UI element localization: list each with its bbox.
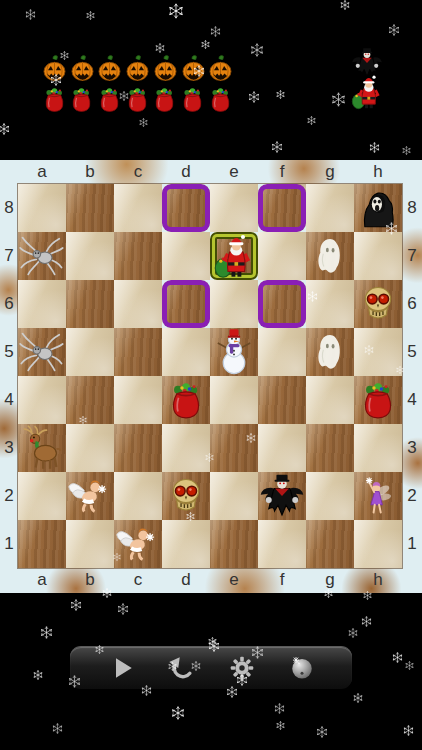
square-c2[interactable] bbox=[114, 472, 162, 520]
toolbar bbox=[70, 646, 352, 689]
file-label-d: d bbox=[162, 160, 210, 184]
square-b3[interactable] bbox=[66, 424, 114, 472]
square-g8[interactable] bbox=[306, 184, 354, 232]
square-e4[interactable] bbox=[210, 376, 258, 424]
file-label-a: a bbox=[18, 568, 66, 593]
square-a7[interactable] bbox=[18, 232, 66, 280]
square-h2[interactable] bbox=[354, 472, 402, 520]
file-label-e: e bbox=[210, 160, 258, 184]
captured-pumpkin bbox=[95, 54, 124, 83]
square-h6[interactable] bbox=[354, 280, 402, 328]
snowflake-icon bbox=[353, 693, 363, 703]
rank-label-5: 5 bbox=[402, 328, 422, 376]
captured-giftbag bbox=[149, 84, 180, 115]
snowflake-icon bbox=[139, 118, 148, 127]
scream-piece[interactable] bbox=[356, 186, 400, 230]
giftbag-piece[interactable] bbox=[163, 377, 209, 423]
snowflake-icon bbox=[388, 24, 400, 36]
captured-giftbag bbox=[66, 84, 97, 115]
captured-giftbag bbox=[122, 84, 153, 115]
file-label-f: f bbox=[258, 160, 306, 184]
snowflake-icon bbox=[369, 142, 380, 153]
square-e5[interactable] bbox=[210, 328, 258, 376]
file-label-g: g bbox=[306, 568, 354, 593]
file-label-b: b bbox=[66, 160, 114, 184]
snowflake-icon bbox=[25, 9, 36, 20]
snowflake-icon bbox=[402, 146, 411, 155]
square-d1[interactable] bbox=[162, 520, 210, 568]
snowflake-icon bbox=[276, 90, 285, 99]
file-label-h: h bbox=[354, 160, 402, 184]
rank-label-1: 1 bbox=[0, 520, 18, 568]
square-c4[interactable] bbox=[114, 376, 162, 424]
square-d4[interactable] bbox=[162, 376, 210, 424]
snowflake-icon bbox=[52, 723, 63, 734]
snowflake-icon bbox=[33, 670, 43, 680]
square-f8[interactable] bbox=[258, 184, 306, 232]
ghost-piece[interactable] bbox=[308, 234, 352, 278]
captured-pumpkin bbox=[40, 54, 69, 83]
file-label-a: a bbox=[18, 160, 66, 184]
settings-button[interactable] bbox=[220, 648, 264, 688]
snowflake-icon bbox=[331, 92, 346, 107]
captured-pumpkin bbox=[206, 54, 235, 83]
rank-label-2: 2 bbox=[0, 472, 18, 520]
square-d5[interactable] bbox=[162, 328, 210, 376]
square-a6[interactable] bbox=[18, 280, 66, 328]
snowman-piece[interactable] bbox=[210, 328, 258, 376]
square-b7[interactable] bbox=[66, 232, 114, 280]
snowflake-icon bbox=[307, 116, 316, 125]
square-h4[interactable] bbox=[354, 376, 402, 424]
captured-giftbag bbox=[94, 84, 125, 115]
square-d6[interactable] bbox=[162, 280, 210, 328]
square-a8[interactable] bbox=[18, 184, 66, 232]
square-b5[interactable] bbox=[66, 328, 114, 376]
square-a1[interactable] bbox=[18, 520, 66, 568]
snowflake-icon bbox=[361, 616, 372, 627]
rank-label-8: 8 bbox=[402, 184, 422, 232]
square-b8[interactable] bbox=[66, 184, 114, 232]
square-h7[interactable] bbox=[354, 232, 402, 280]
rank-label-6: 6 bbox=[0, 280, 18, 328]
ghost-piece[interactable] bbox=[308, 330, 352, 374]
snowflake-icon bbox=[392, 652, 403, 663]
snowflake-icon bbox=[168, 3, 184, 19]
square-e2[interactable] bbox=[210, 472, 258, 520]
snowflake-icon bbox=[405, 661, 414, 670]
captured-giftbag bbox=[39, 84, 70, 115]
square-b6[interactable] bbox=[66, 280, 114, 328]
square-a3[interactable] bbox=[18, 424, 66, 472]
skull-piece[interactable] bbox=[356, 282, 400, 326]
file-label-c: c bbox=[114, 160, 162, 184]
square-a5[interactable] bbox=[18, 328, 66, 376]
rank-label-6: 6 bbox=[402, 280, 422, 328]
captured-giftbag bbox=[177, 84, 208, 115]
snowflake-icon bbox=[0, 123, 10, 135]
square-g6[interactable] bbox=[306, 280, 354, 328]
square-d7[interactable] bbox=[162, 232, 210, 280]
square-f5[interactable] bbox=[258, 328, 306, 376]
rank-label-7: 7 bbox=[402, 232, 422, 280]
square-g3[interactable] bbox=[306, 424, 354, 472]
giftbag-piece[interactable] bbox=[355, 377, 401, 423]
snowflake-icon bbox=[276, 721, 285, 730]
captured-pumpkin bbox=[179, 54, 208, 83]
rank-label-7: 7 bbox=[0, 232, 18, 280]
angel-piece[interactable] bbox=[67, 473, 113, 519]
undo-button[interactable] bbox=[160, 648, 204, 688]
rank-label-3: 3 bbox=[402, 424, 422, 472]
fairy-piece[interactable] bbox=[356, 474, 400, 518]
rank-label-8: 8 bbox=[0, 184, 18, 232]
snowflake-icon bbox=[340, 0, 350, 10]
square-g1[interactable] bbox=[306, 520, 354, 568]
snowflake-icon bbox=[201, 40, 210, 49]
file-labels-bottom: abcdefgh bbox=[18, 568, 402, 593]
captured-pumpkin bbox=[68, 54, 97, 83]
vampire-piece[interactable] bbox=[259, 473, 305, 519]
captured-pumpkin bbox=[123, 54, 152, 83]
file-label-f: f bbox=[258, 568, 306, 593]
gear-icon bbox=[227, 653, 257, 683]
file-label-h: h bbox=[354, 568, 402, 593]
captured-pumpkin bbox=[151, 54, 180, 83]
snowflake-icon bbox=[316, 726, 328, 738]
snowflake-icon bbox=[208, 637, 217, 646]
square-f3[interactable] bbox=[258, 424, 306, 472]
snowflake-icon bbox=[248, 91, 260, 103]
square-f2[interactable] bbox=[258, 472, 306, 520]
reindeer-piece[interactable] bbox=[19, 425, 65, 471]
snowflake-icon bbox=[403, 725, 414, 736]
snowflake-icon bbox=[171, 706, 185, 720]
rank-label-4: 4 bbox=[0, 376, 18, 424]
square-g5[interactable] bbox=[306, 328, 354, 376]
square-f4[interactable] bbox=[258, 376, 306, 424]
square-d8[interactable] bbox=[162, 184, 210, 232]
rank-label-1: 1 bbox=[402, 520, 422, 568]
snowflake-icon bbox=[40, 626, 53, 639]
square-c7[interactable] bbox=[114, 232, 162, 280]
snowball-icon bbox=[287, 653, 317, 683]
snowflake-icon bbox=[70, 599, 82, 611]
square-g7[interactable] bbox=[306, 232, 354, 280]
square-g4[interactable] bbox=[306, 376, 354, 424]
square-e8[interactable] bbox=[210, 184, 258, 232]
angel-piece[interactable] bbox=[115, 521, 161, 567]
file-label-g: g bbox=[306, 160, 354, 184]
snowflake-icon bbox=[348, 628, 358, 638]
square-c8[interactable] bbox=[114, 184, 162, 232]
file-label-e: e bbox=[210, 568, 258, 593]
file-label-b: b bbox=[66, 568, 114, 593]
square-d3[interactable] bbox=[162, 424, 210, 472]
file-label-d: d bbox=[162, 568, 210, 593]
square-h3[interactable] bbox=[354, 424, 402, 472]
file-label-c: c bbox=[114, 568, 162, 593]
play-icon bbox=[107, 653, 137, 683]
square-h1[interactable] bbox=[354, 520, 402, 568]
square-c5[interactable] bbox=[114, 328, 162, 376]
square-f7[interactable] bbox=[258, 232, 306, 280]
square-c6[interactable] bbox=[114, 280, 162, 328]
file-labels-top: abcdefgh bbox=[18, 160, 402, 184]
square-b2[interactable] bbox=[66, 472, 114, 520]
square-e7[interactable] bbox=[210, 232, 258, 280]
square-h8[interactable] bbox=[354, 184, 402, 232]
square-g2[interactable] bbox=[306, 472, 354, 520]
skull-piece[interactable] bbox=[164, 474, 208, 518]
board-grid bbox=[18, 184, 402, 568]
undo-arrow-icon bbox=[167, 653, 197, 683]
santa-piece[interactable] bbox=[211, 233, 257, 279]
square-d2[interactable] bbox=[162, 472, 210, 520]
play-button[interactable] bbox=[100, 648, 144, 688]
square-a2[interactable] bbox=[18, 472, 66, 520]
square-c3[interactable] bbox=[114, 424, 162, 472]
snowflake-icon bbox=[86, 11, 95, 20]
spider-piece[interactable] bbox=[19, 233, 65, 279]
captured-giftbag bbox=[205, 84, 236, 115]
rank-labels-left: 87654321 bbox=[0, 184, 18, 568]
snowball-button[interactable] bbox=[280, 648, 324, 688]
rank-label-3: 3 bbox=[0, 424, 18, 472]
spider-piece[interactable] bbox=[19, 329, 65, 375]
snowflake-icon bbox=[250, 43, 264, 57]
snowflake-icon bbox=[274, 703, 285, 714]
square-h5[interactable] bbox=[354, 328, 402, 376]
square-e3[interactable] bbox=[210, 424, 258, 472]
snowflake-icon bbox=[271, 141, 283, 153]
square-a4[interactable] bbox=[18, 376, 66, 424]
square-c1[interactable] bbox=[114, 520, 162, 568]
square-e6[interactable] bbox=[210, 280, 258, 328]
indicator-santa bbox=[349, 74, 385, 110]
square-f6[interactable] bbox=[258, 280, 306, 328]
square-f1[interactable] bbox=[258, 520, 306, 568]
snowflake-icon bbox=[155, 43, 165, 53]
square-b1[interactable] bbox=[66, 520, 114, 568]
rank-label-5: 5 bbox=[0, 328, 18, 376]
rank-label-4: 4 bbox=[402, 376, 422, 424]
snowflake-icon bbox=[210, 26, 221, 37]
chess-board: abcdefgh 87654321 87654321 abcdefgh bbox=[0, 160, 422, 593]
snowflake-icon bbox=[117, 603, 129, 615]
square-b4[interactable] bbox=[66, 376, 114, 424]
rank-labels-right: 87654321 bbox=[402, 184, 422, 568]
screen: abcdefgh 87654321 87654321 abcdefgh bbox=[0, 0, 422, 750]
rank-label-2: 2 bbox=[402, 472, 422, 520]
square-e1[interactable] bbox=[210, 520, 258, 568]
